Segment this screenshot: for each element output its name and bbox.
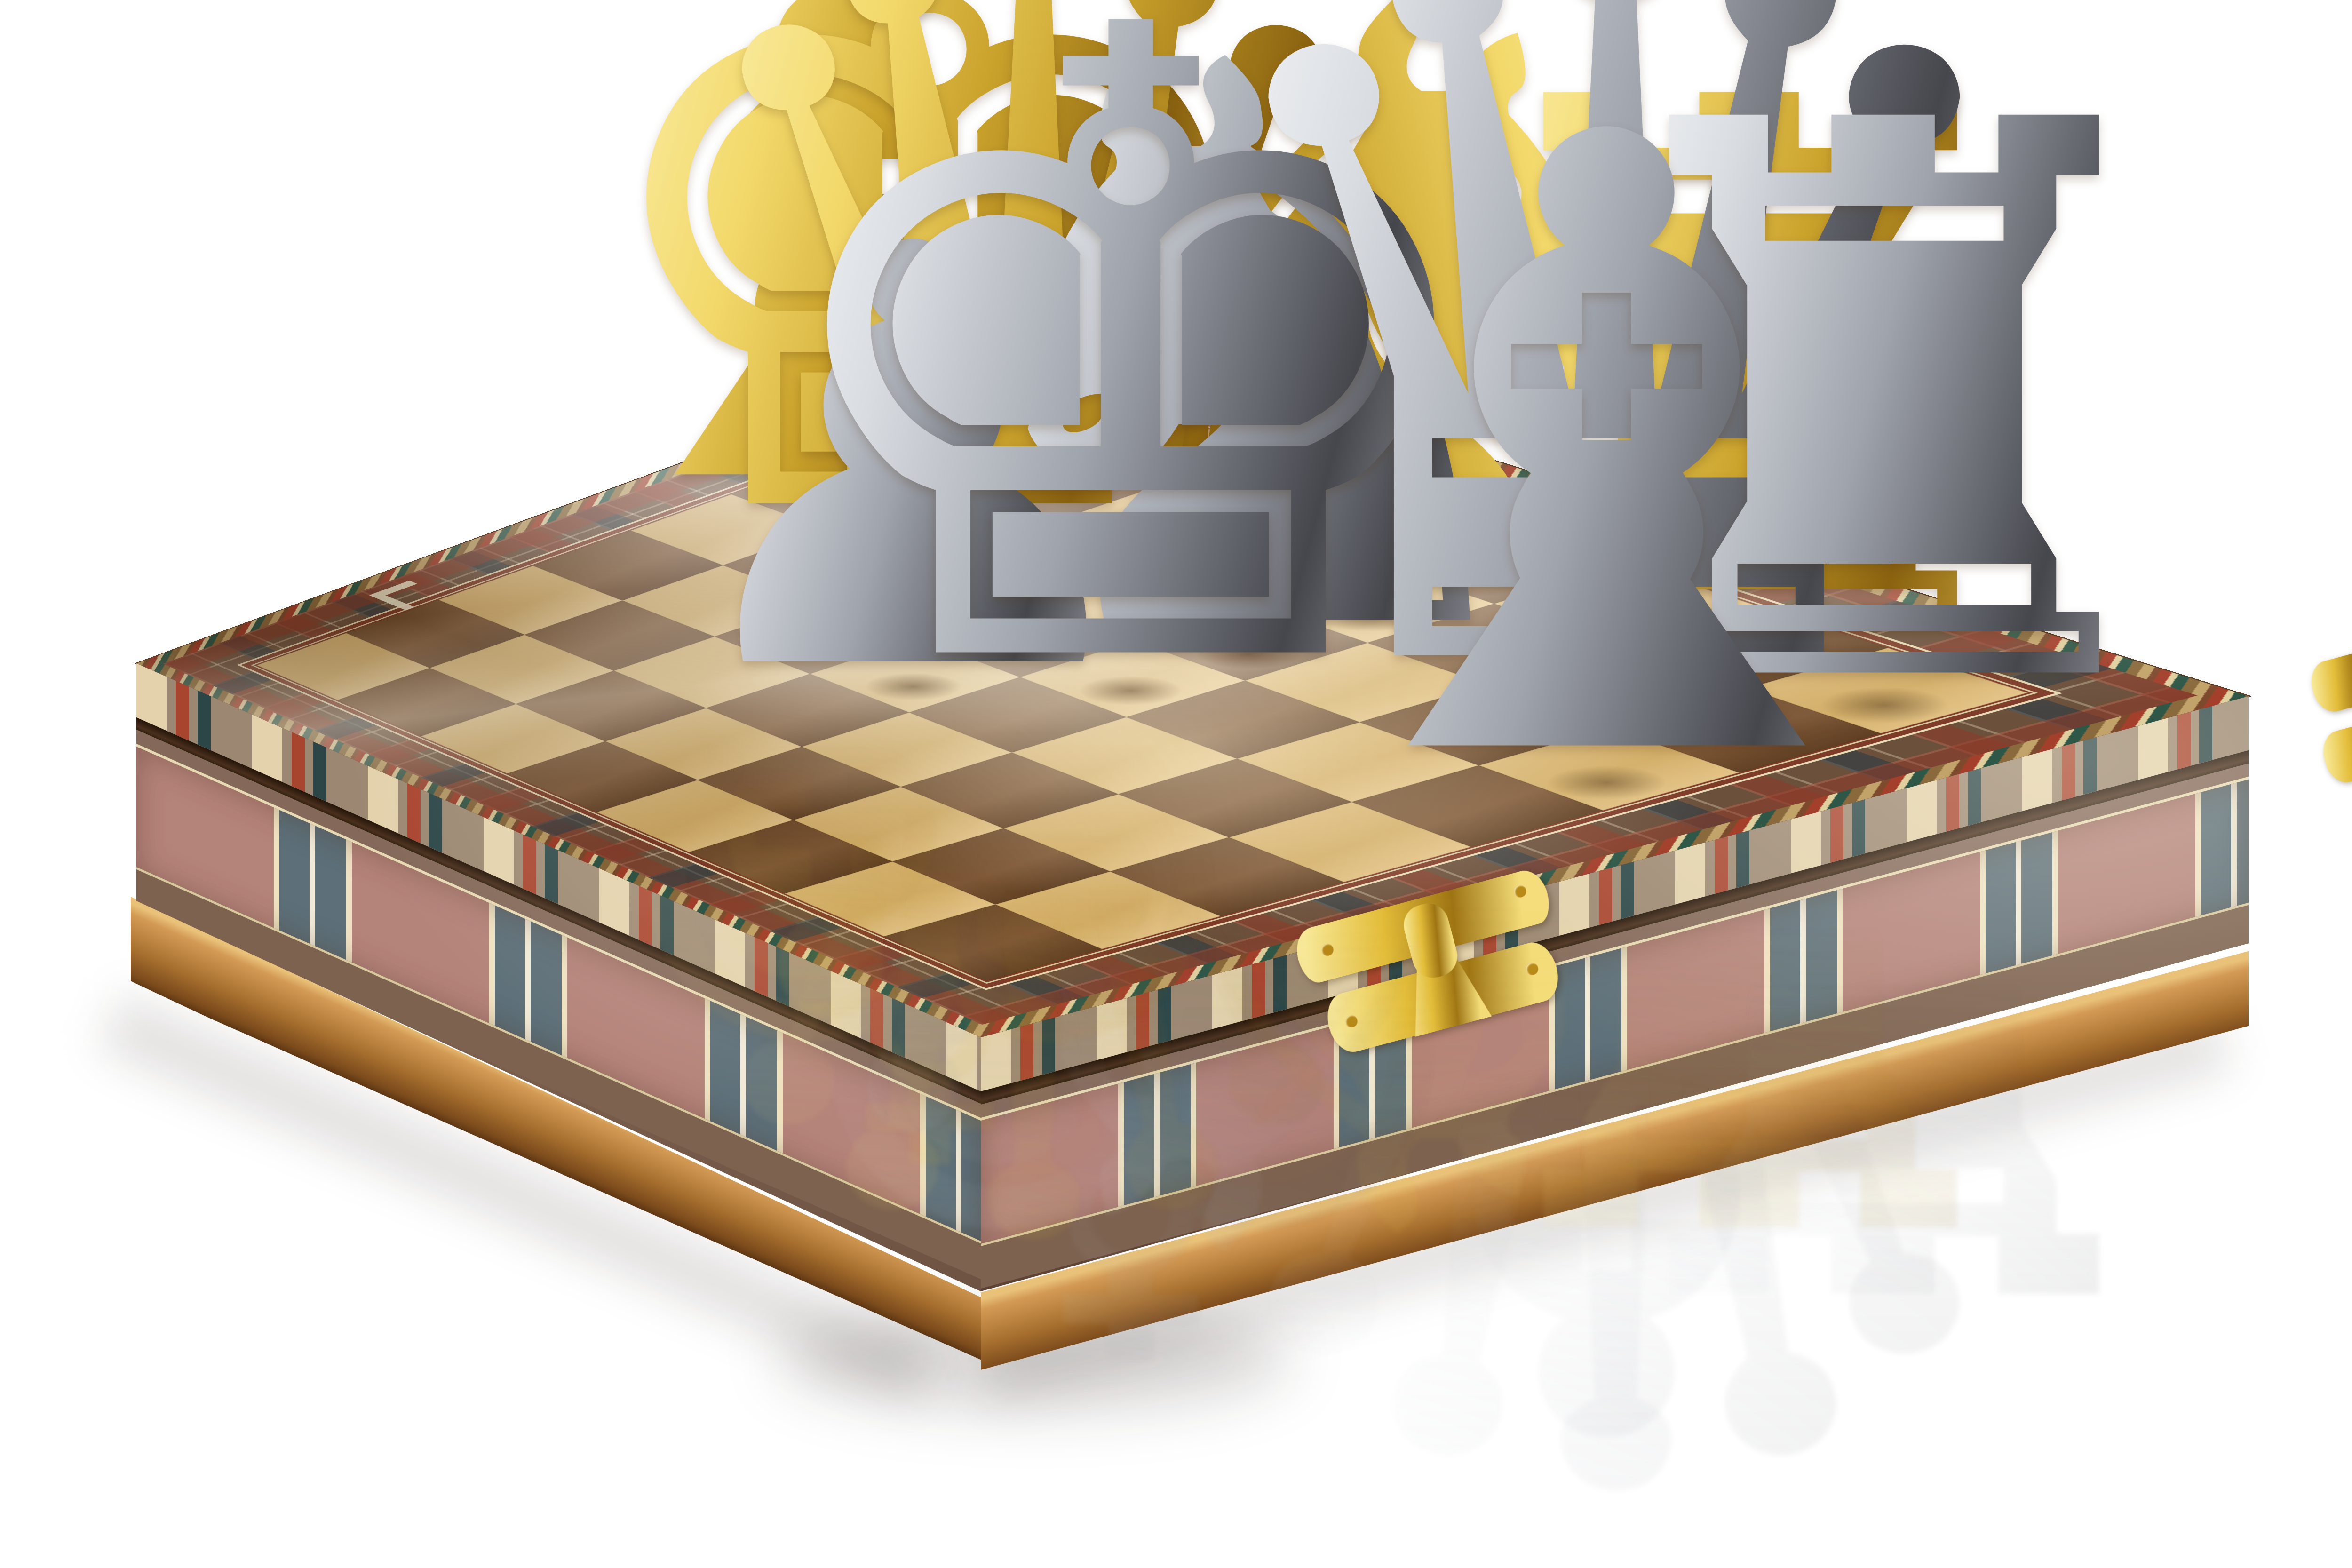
piece-shadow xyxy=(963,557,1101,596)
right-edge-clasp-partial xyxy=(2288,649,2352,793)
piece-shadow xyxy=(1525,759,1689,806)
piece-shadow xyxy=(1295,594,1447,637)
piece-shadow xyxy=(1532,677,1696,724)
piece-shadow xyxy=(1175,633,1322,675)
piece-shadow xyxy=(847,668,980,705)
piece-shadow xyxy=(767,486,896,522)
piece-shadow xyxy=(1796,680,1973,730)
photo-scene: ♝♝♚♚♛♛♞♞♜♜♟♟♚♚♞♞♛♛♜♜♝♝ xyxy=(0,0,2352,1568)
edge-clasp-plate xyxy=(2318,716,2352,787)
piece-shadow xyxy=(1059,670,1202,711)
piece-shadow xyxy=(1666,637,1836,685)
edge-clasp-plate xyxy=(2306,648,2352,716)
piece-shadow xyxy=(863,520,996,558)
